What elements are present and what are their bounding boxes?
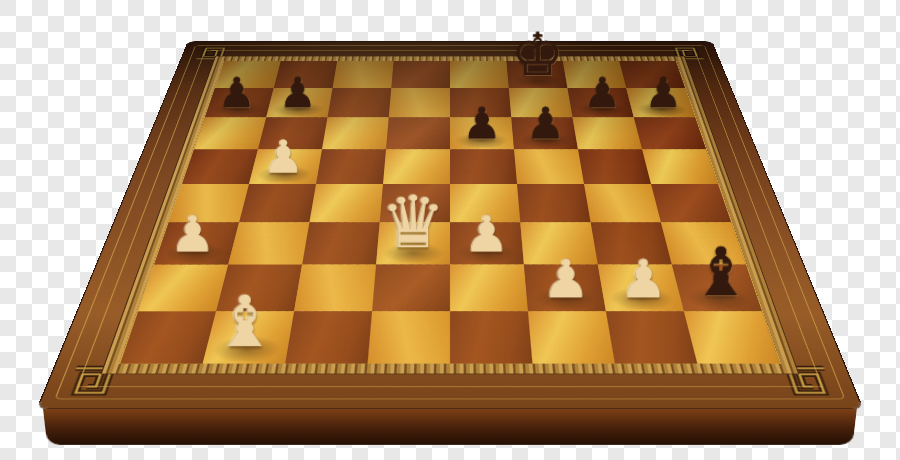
square-b4[interactable] — [239, 184, 316, 222]
square-c8[interactable] — [333, 61, 394, 88]
square-e8[interactable] — [450, 61, 509, 88]
greek-key-corner-icon — [783, 365, 839, 396]
white-pawn-a3[interactable]: ♟ — [156, 209, 229, 259]
square-h4[interactable] — [651, 184, 731, 222]
square-e3[interactable]: ♟ — [450, 222, 524, 264]
square-a1[interactable] — [120, 311, 216, 363]
square-b3[interactable] — [228, 222, 309, 264]
square-f2[interactable]: ♟ — [524, 265, 606, 312]
square-c4[interactable] — [309, 184, 383, 222]
square-g4[interactable] — [584, 184, 661, 222]
board-front-edge — [43, 408, 857, 444]
black-pawn-a7[interactable]: ♟ — [206, 72, 267, 114]
square-d5[interactable] — [383, 149, 450, 184]
square-c1[interactable] — [285, 311, 372, 363]
greek-key-corner-icon — [672, 47, 707, 61]
square-d8[interactable] — [391, 61, 450, 88]
square-f8[interactable]: ♚ — [506, 61, 567, 88]
black-pawn-h7[interactable]: ♟ — [633, 72, 694, 114]
white-bishop-b1[interactable]: ♝ — [204, 286, 286, 357]
square-d2[interactable] — [372, 265, 450, 312]
square-b1[interactable]: ♝ — [203, 311, 294, 363]
square-c7[interactable] — [327, 88, 391, 117]
black-pawn-b7[interactable]: ♟ — [267, 72, 328, 114]
square-f4[interactable] — [517, 184, 591, 222]
square-d3[interactable]: ♛ — [376, 222, 450, 264]
black-pawn-g7[interactable]: ♟ — [572, 72, 633, 114]
square-c6[interactable] — [322, 117, 389, 149]
greek-key-corner-icon — [193, 47, 228, 61]
greek-key-corner-icon — [61, 365, 117, 396]
square-f6[interactable]: ♟ — [511, 117, 578, 149]
square-g1[interactable] — [606, 311, 697, 363]
black-pawn-f6[interactable]: ♟ — [514, 101, 578, 145]
square-a7[interactable]: ♟ — [205, 88, 274, 117]
square-g7[interactable]: ♟ — [567, 88, 633, 117]
square-e6[interactable]: ♟ — [450, 117, 514, 149]
square-a5[interactable] — [182, 149, 258, 184]
square-f5[interactable] — [514, 149, 584, 184]
black-pawn-e6[interactable]: ♟ — [450, 101, 514, 145]
square-g2[interactable]: ♟ — [598, 265, 684, 312]
square-b7[interactable]: ♟ — [266, 88, 332, 117]
square-h7[interactable]: ♟ — [626, 88, 695, 117]
black-bishop-h2[interactable]: ♝ — [682, 238, 759, 305]
square-d1[interactable] — [368, 311, 450, 363]
square-e2[interactable] — [450, 265, 528, 312]
square-g5[interactable] — [578, 149, 651, 184]
square-c3[interactable] — [302, 222, 380, 264]
square-d7[interactable] — [389, 88, 450, 117]
white-pawn-g2[interactable]: ♟ — [605, 252, 682, 305]
square-h6[interactable] — [634, 117, 706, 149]
square-f1[interactable] — [528, 311, 615, 363]
white-pawn-b5[interactable]: ♟ — [250, 134, 317, 180]
square-a3[interactable]: ♟ — [154, 222, 239, 264]
square-g6[interactable] — [573, 117, 642, 149]
square-c5[interactable] — [316, 149, 386, 184]
board-grid: ♚♟♟♟♟♟♟♟♟♛♟♟♟♝♝ — [120, 61, 780, 364]
square-e1[interactable] — [450, 311, 532, 363]
white-queen-d3[interactable]: ♛ — [377, 187, 450, 259]
chess-board: ♚♟♟♟♟♟♟♟♟♛♟♟♟♝♝ — [38, 42, 862, 409]
chess-scene: ♚♟♟♟♟♟♟♟♟♛♟♟♟♝♝ — [0, 0, 900, 460]
square-d6[interactable] — [386, 117, 450, 149]
white-pawn-e3[interactable]: ♟ — [450, 209, 523, 259]
square-h2[interactable]: ♝ — [672, 265, 762, 312]
white-pawn-f2[interactable]: ♟ — [527, 252, 604, 305]
square-b5[interactable]: ♟ — [249, 149, 322, 184]
square-h5[interactable] — [642, 149, 718, 184]
square-c2[interactable] — [294, 265, 376, 312]
square-e5[interactable] — [450, 149, 517, 184]
black-king-f8[interactable]: ♚ — [508, 25, 566, 84]
